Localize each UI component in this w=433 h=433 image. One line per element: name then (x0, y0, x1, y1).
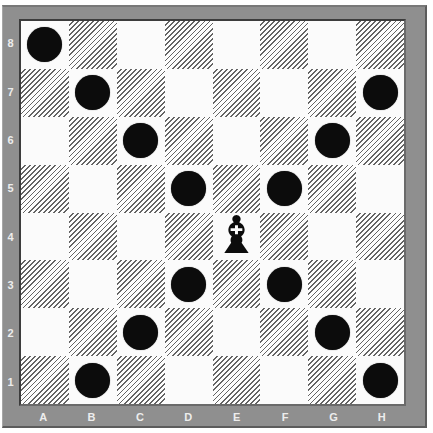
square-h6[interactable] (356, 117, 404, 165)
square-e6[interactable] (213, 117, 261, 165)
square-c2[interactable] (117, 308, 165, 356)
square-b5[interactable] (69, 165, 117, 213)
square-h3[interactable] (356, 260, 404, 308)
square-b2[interactable] (69, 308, 117, 356)
square-e3[interactable] (213, 260, 261, 308)
square-c8[interactable] (117, 21, 165, 69)
square-c3[interactable] (117, 260, 165, 308)
square-g3[interactable] (308, 260, 356, 308)
file-label-f: F (261, 406, 309, 428)
rank-label-6: 6 (3, 116, 18, 164)
square-b7[interactable] (69, 69, 117, 117)
square-a5[interactable] (21, 165, 69, 213)
chess-board: ♝ (19, 19, 406, 406)
square-d7[interactable] (165, 69, 213, 117)
black-disc[interactable] (75, 363, 110, 398)
square-d3[interactable] (165, 260, 213, 308)
square-e7[interactable] (213, 69, 261, 117)
square-f4[interactable] (260, 213, 308, 261)
black-disc[interactable] (363, 363, 398, 398)
square-h5[interactable] (356, 165, 404, 213)
square-b6[interactable] (69, 117, 117, 165)
square-f5[interactable] (260, 165, 308, 213)
square-f7[interactable] (260, 69, 308, 117)
square-h8[interactable] (356, 21, 404, 69)
file-label-g: G (309, 406, 357, 428)
square-e4[interactable]: ♝ (213, 213, 261, 261)
square-d4[interactable] (165, 213, 213, 261)
square-c5[interactable] (117, 165, 165, 213)
square-a2[interactable] (21, 308, 69, 356)
black-disc[interactable] (315, 315, 350, 350)
square-d2[interactable] (165, 308, 213, 356)
square-d8[interactable] (165, 21, 213, 69)
square-h4[interactable] (356, 213, 404, 261)
black-disc[interactable] (267, 171, 302, 206)
square-f3[interactable] (260, 260, 308, 308)
square-e2[interactable] (213, 308, 261, 356)
file-label-e: E (213, 406, 261, 428)
square-c4[interactable] (117, 213, 165, 261)
square-h1[interactable] (356, 356, 404, 404)
square-h2[interactable] (356, 308, 404, 356)
square-e1[interactable] (213, 356, 261, 404)
square-a7[interactable] (21, 69, 69, 117)
square-f1[interactable] (260, 356, 308, 404)
square-b4[interactable] (69, 213, 117, 261)
square-f2[interactable] (260, 308, 308, 356)
square-c7[interactable] (117, 69, 165, 117)
black-disc[interactable] (123, 123, 158, 158)
square-a1[interactable] (21, 356, 69, 404)
square-f8[interactable] (260, 21, 308, 69)
black-disc[interactable] (267, 267, 302, 302)
file-label-b: B (67, 406, 115, 428)
square-e8[interactable] (213, 21, 261, 69)
square-a4[interactable] (21, 213, 69, 261)
square-g1[interactable] (308, 356, 356, 404)
file-label-a: A (19, 406, 67, 428)
square-b3[interactable] (69, 260, 117, 308)
square-d1[interactable] (165, 356, 213, 404)
black-disc[interactable] (123, 315, 158, 350)
rank-label-4: 4 (3, 213, 18, 261)
square-g8[interactable] (308, 21, 356, 69)
rank-label-2: 2 (3, 309, 18, 357)
square-h7[interactable] (356, 69, 404, 117)
rank-label-3: 3 (3, 261, 18, 309)
black-disc[interactable] (75, 75, 110, 110)
square-d6[interactable] (165, 117, 213, 165)
rank-label-8: 8 (3, 19, 18, 67)
rank-label-5: 5 (3, 164, 18, 212)
file-labels: ABCDEFGH (19, 406, 406, 428)
square-b1[interactable] (69, 356, 117, 404)
black-disc[interactable] (315, 123, 350, 158)
black-disc[interactable] (363, 75, 398, 110)
black-bishop[interactable]: ♝ (213, 213, 261, 261)
black-disc[interactable] (171, 171, 206, 206)
rank-label-1: 1 (3, 358, 18, 406)
square-b8[interactable] (69, 21, 117, 69)
square-a6[interactable] (21, 117, 69, 165)
rank-label-7: 7 (3, 67, 18, 115)
board-frame: 87654321 ♝ ABCDEFGH (2, 5, 427, 428)
file-label-h: H (358, 406, 406, 428)
square-c1[interactable] (117, 356, 165, 404)
rank-labels: 87654321 (3, 19, 18, 406)
square-a8[interactable] (21, 21, 69, 69)
square-c6[interactable] (117, 117, 165, 165)
black-disc[interactable] (171, 267, 206, 302)
square-g5[interactable] (308, 165, 356, 213)
square-f6[interactable] (260, 117, 308, 165)
square-g6[interactable] (308, 117, 356, 165)
file-label-c: C (116, 406, 164, 428)
square-a3[interactable] (21, 260, 69, 308)
square-d5[interactable] (165, 165, 213, 213)
black-disc[interactable] (27, 27, 62, 62)
file-label-d: D (164, 406, 212, 428)
square-g4[interactable] (308, 213, 356, 261)
square-g7[interactable] (308, 69, 356, 117)
square-g2[interactable] (308, 308, 356, 356)
